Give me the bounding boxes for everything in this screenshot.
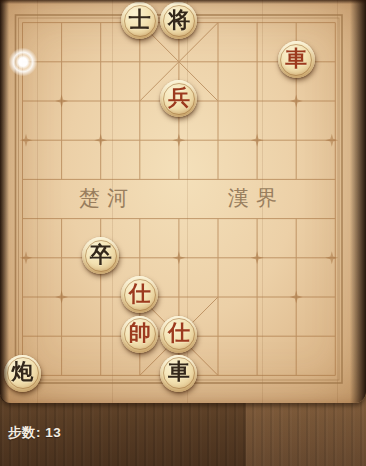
red-advisor-2[interactable]: 仕 — [160, 316, 197, 353]
red-soldier[interactable]: 兵 — [160, 80, 197, 117]
red-advisor[interactable]: 仕 — [121, 276, 158, 313]
board-edge-shadow-right — [350, 0, 366, 403]
board-edge-shadow-top — [0, 0, 366, 4]
red-general[interactable]: 帥 — [121, 316, 158, 353]
board: 楚河 漢界 士将車兵卒仕帥仕車炮 — [0, 0, 366, 403]
black-general-glyph: 将 — [168, 9, 190, 31]
board-edge-shadow-left — [0, 0, 9, 403]
red-advisor-2-glyph: 仕 — [168, 322, 190, 344]
black-soldier[interactable]: 卒 — [82, 237, 119, 274]
black-cannon-glyph: 炮 — [12, 361, 34, 383]
black-advisor-glyph: 士 — [129, 9, 151, 31]
red-general-glyph: 帥 — [129, 322, 151, 344]
red-chariot-glyph: 車 — [285, 48, 307, 70]
black-cannon[interactable]: 炮 — [4, 355, 41, 392]
red-chariot[interactable]: 車 — [278, 41, 315, 78]
xiangqi-app-screen: 楚河 漢界 士将車兵卒仕帥仕車炮 步数: 13 — [0, 0, 366, 466]
red-soldier-glyph: 兵 — [168, 87, 190, 109]
black-soldier-glyph: 卒 — [90, 244, 112, 266]
black-chariot-glyph: 車 — [168, 361, 190, 383]
black-advisor[interactable]: 士 — [121, 2, 158, 39]
black-general[interactable]: 将 — [160, 2, 197, 39]
board-grid[interactable]: 士将車兵卒仕帥仕車炮 — [3, 3, 355, 395]
highlight-dot — [8, 47, 38, 77]
black-chariot[interactable]: 車 — [160, 355, 197, 392]
move-counter: 步数: 13 — [8, 424, 61, 442]
red-advisor-glyph: 仕 — [129, 283, 151, 305]
